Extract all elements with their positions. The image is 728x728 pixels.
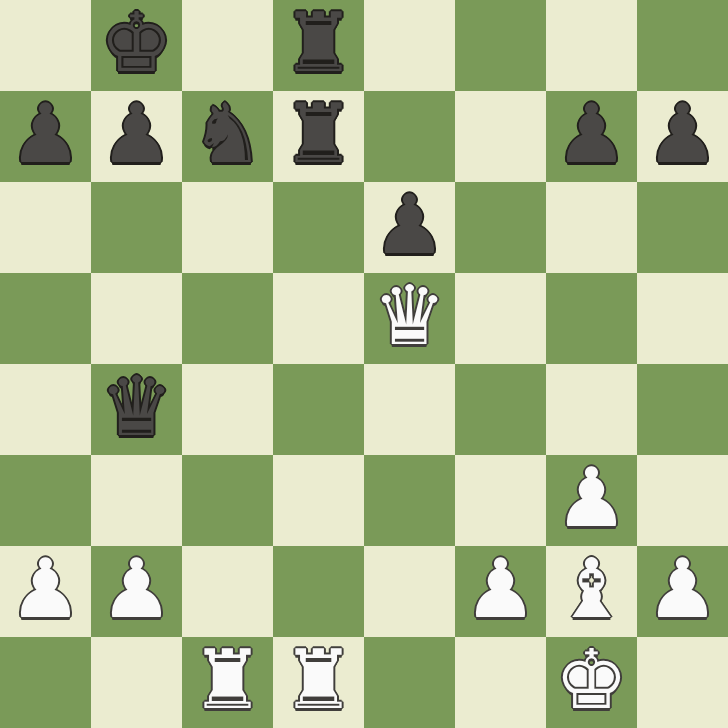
piece-white-rook[interactable]: ♜ <box>191 639 265 721</box>
square-h7[interactable]: ♟ <box>637 91 728 182</box>
square-c1[interactable]: ♜ <box>182 637 273 728</box>
square-c4[interactable] <box>182 364 273 455</box>
square-a3[interactable] <box>0 455 91 546</box>
square-e1[interactable] <box>364 637 455 728</box>
square-b2[interactable]: ♟ <box>91 546 182 637</box>
square-a5[interactable] <box>0 273 91 364</box>
square-h1[interactable] <box>637 637 728 728</box>
square-f6[interactable] <box>455 182 546 273</box>
square-d6[interactable] <box>273 182 364 273</box>
piece-black-queen[interactable]: ♛ <box>100 366 174 448</box>
square-e7[interactable] <box>364 91 455 182</box>
square-e3[interactable] <box>364 455 455 546</box>
square-a1[interactable] <box>0 637 91 728</box>
piece-white-pawn[interactable]: ♟ <box>555 457 629 539</box>
square-d7[interactable]: ♜ <box>273 91 364 182</box>
square-f1[interactable] <box>455 637 546 728</box>
square-f2[interactable]: ♟ <box>455 546 546 637</box>
square-b4[interactable]: ♛ <box>91 364 182 455</box>
square-e2[interactable] <box>364 546 455 637</box>
piece-white-pawn[interactable]: ♟ <box>464 548 538 630</box>
square-b5[interactable] <box>91 273 182 364</box>
square-a7[interactable]: ♟ <box>0 91 91 182</box>
chess-board: ♚♜♟♟♞♜♟♟♟♛♛♟♟♟♟♝♟♜♜♚ <box>0 0 728 728</box>
piece-white-pawn[interactable]: ♟ <box>646 548 720 630</box>
square-d4[interactable] <box>273 364 364 455</box>
square-d5[interactable] <box>273 273 364 364</box>
square-d2[interactable] <box>273 546 364 637</box>
piece-white-pawn[interactable]: ♟ <box>100 548 174 630</box>
square-f5[interactable] <box>455 273 546 364</box>
square-b8[interactable]: ♚ <box>91 0 182 91</box>
square-a4[interactable] <box>0 364 91 455</box>
square-e5[interactable]: ♛ <box>364 273 455 364</box>
square-c5[interactable] <box>182 273 273 364</box>
square-d3[interactable] <box>273 455 364 546</box>
square-e6[interactable]: ♟ <box>364 182 455 273</box>
square-e8[interactable] <box>364 0 455 91</box>
square-d1[interactable]: ♜ <box>273 637 364 728</box>
square-h3[interactable] <box>637 455 728 546</box>
square-c8[interactable] <box>182 0 273 91</box>
square-b6[interactable] <box>91 182 182 273</box>
square-a8[interactable] <box>0 0 91 91</box>
piece-white-pawn[interactable]: ♟ <box>9 548 83 630</box>
piece-black-knight[interactable]: ♞ <box>191 93 265 175</box>
piece-white-king[interactable]: ♚ <box>555 639 629 721</box>
square-b7[interactable]: ♟ <box>91 91 182 182</box>
square-d8[interactable]: ♜ <box>273 0 364 91</box>
square-c3[interactable] <box>182 455 273 546</box>
square-f7[interactable] <box>455 91 546 182</box>
square-a2[interactable]: ♟ <box>0 546 91 637</box>
square-c2[interactable] <box>182 546 273 637</box>
square-h2[interactable]: ♟ <box>637 546 728 637</box>
piece-white-rook[interactable]: ♜ <box>282 639 356 721</box>
square-h4[interactable] <box>637 364 728 455</box>
square-h5[interactable] <box>637 273 728 364</box>
square-g2[interactable]: ♝ <box>546 546 637 637</box>
square-a6[interactable] <box>0 182 91 273</box>
square-h6[interactable] <box>637 182 728 273</box>
piece-black-pawn[interactable]: ♟ <box>373 184 447 266</box>
square-c7[interactable]: ♞ <box>182 91 273 182</box>
square-g4[interactable] <box>546 364 637 455</box>
square-f4[interactable] <box>455 364 546 455</box>
square-g7[interactable]: ♟ <box>546 91 637 182</box>
square-f3[interactable] <box>455 455 546 546</box>
piece-black-pawn[interactable]: ♟ <box>555 93 629 175</box>
square-b3[interactable] <box>91 455 182 546</box>
square-g3[interactable]: ♟ <box>546 455 637 546</box>
square-c6[interactable] <box>182 182 273 273</box>
square-f8[interactable] <box>455 0 546 91</box>
square-b1[interactable] <box>91 637 182 728</box>
piece-black-rook[interactable]: ♜ <box>282 93 356 175</box>
piece-white-bishop[interactable]: ♝ <box>555 548 629 630</box>
square-g6[interactable] <box>546 182 637 273</box>
square-h8[interactable] <box>637 0 728 91</box>
square-g1[interactable]: ♚ <box>546 637 637 728</box>
piece-black-rook[interactable]: ♜ <box>282 2 356 84</box>
piece-black-pawn[interactable]: ♟ <box>100 93 174 175</box>
piece-white-queen[interactable]: ♛ <box>373 275 447 357</box>
piece-black-pawn[interactable]: ♟ <box>646 93 720 175</box>
piece-black-king[interactable]: ♚ <box>100 2 174 84</box>
piece-black-pawn[interactable]: ♟ <box>9 93 83 175</box>
square-g8[interactable] <box>546 0 637 91</box>
square-e4[interactable] <box>364 364 455 455</box>
square-g5[interactable] <box>546 273 637 364</box>
